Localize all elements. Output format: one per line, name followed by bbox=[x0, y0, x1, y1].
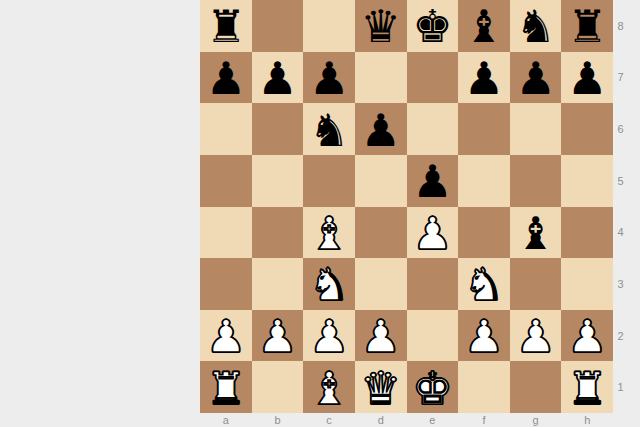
square-d6[interactable]: ♟ bbox=[355, 103, 407, 155]
rank-labels: 87654321 bbox=[613, 0, 628, 413]
black-pawn-e5[interactable]: ♟ bbox=[412, 159, 452, 204]
square-g8[interactable]: ♞ bbox=[510, 0, 562, 52]
white-knight-f3[interactable]: ♞ bbox=[464, 262, 504, 307]
square-d8[interactable]: ♛ bbox=[355, 0, 407, 52]
white-bishop-c4[interactable]: ♝ bbox=[309, 211, 349, 256]
square-b4[interactable] bbox=[252, 207, 304, 259]
square-e3[interactable] bbox=[407, 258, 459, 310]
black-knight-c6[interactable]: ♞ bbox=[309, 108, 349, 153]
square-c3[interactable]: ♞ bbox=[303, 258, 355, 310]
square-a8[interactable]: ♜ bbox=[200, 0, 252, 52]
chess-board[interactable]: ♜♛♚♝♞♜♟♟♟♟♟♟♞♟♟♝♟♝♞♞♟♟♟♟♟♟♟♜♝♛♚♜ bbox=[200, 0, 613, 413]
square-a7[interactable]: ♟ bbox=[200, 52, 252, 104]
white-king-e1[interactable]: ♚ bbox=[412, 366, 452, 411]
square-h4[interactable] bbox=[561, 207, 613, 259]
file-labels: abcdefgh bbox=[200, 413, 613, 427]
square-b6[interactable] bbox=[252, 103, 304, 155]
square-h6[interactable] bbox=[561, 103, 613, 155]
square-f2[interactable]: ♟ bbox=[458, 310, 510, 362]
black-bishop-f8[interactable]: ♝ bbox=[464, 4, 504, 49]
square-h5[interactable] bbox=[561, 155, 613, 207]
black-pawn-h7[interactable]: ♟ bbox=[567, 56, 607, 101]
white-rook-a1[interactable]: ♜ bbox=[206, 366, 246, 411]
black-queen-d8[interactable]: ♛ bbox=[361, 4, 401, 49]
black-bishop-g4[interactable]: ♝ bbox=[515, 211, 555, 256]
black-pawn-a7[interactable]: ♟ bbox=[206, 56, 246, 101]
rank-label-3: 3 bbox=[613, 258, 628, 310]
square-c2[interactable]: ♟ bbox=[303, 310, 355, 362]
rank-label-2: 2 bbox=[613, 310, 628, 362]
square-c4[interactable]: ♝ bbox=[303, 207, 355, 259]
square-c1[interactable]: ♝ bbox=[303, 361, 355, 413]
square-b3[interactable] bbox=[252, 258, 304, 310]
black-rook-h8[interactable]: ♜ bbox=[567, 4, 607, 49]
white-pawn-b2[interactable]: ♟ bbox=[257, 314, 297, 359]
square-g4[interactable]: ♝ bbox=[510, 207, 562, 259]
square-d4[interactable] bbox=[355, 207, 407, 259]
square-e6[interactable] bbox=[407, 103, 459, 155]
square-b1[interactable] bbox=[252, 361, 304, 413]
white-pawn-c2[interactable]: ♟ bbox=[309, 314, 349, 359]
white-queen-d1[interactable]: ♛ bbox=[361, 366, 401, 411]
white-bishop-c1[interactable]: ♝ bbox=[309, 366, 349, 411]
rank-label-5: 5 bbox=[613, 155, 628, 207]
square-f1[interactable] bbox=[458, 361, 510, 413]
rank-label-7: 7 bbox=[613, 52, 628, 104]
square-b8[interactable] bbox=[252, 0, 304, 52]
square-e4[interactable]: ♟ bbox=[407, 207, 459, 259]
square-e1[interactable]: ♚ bbox=[407, 361, 459, 413]
file-label-a: a bbox=[200, 413, 252, 427]
white-pawn-d2[interactable]: ♟ bbox=[361, 314, 401, 359]
square-a1[interactable]: ♜ bbox=[200, 361, 252, 413]
file-label-d: d bbox=[355, 413, 407, 427]
square-f5[interactable] bbox=[458, 155, 510, 207]
square-e5[interactable]: ♟ bbox=[407, 155, 459, 207]
square-h8[interactable]: ♜ bbox=[561, 0, 613, 52]
square-b2[interactable]: ♟ bbox=[252, 310, 304, 362]
rank-label-1: 1 bbox=[613, 361, 628, 413]
square-d1[interactable]: ♛ bbox=[355, 361, 407, 413]
rank-label-8: 8 bbox=[613, 0, 628, 52]
rank-label-4: 4 bbox=[613, 207, 628, 259]
white-pawn-h2[interactable]: ♟ bbox=[567, 314, 607, 359]
square-e8[interactable]: ♚ bbox=[407, 0, 459, 52]
black-pawn-c7[interactable]: ♟ bbox=[309, 56, 349, 101]
white-pawn-a2[interactable]: ♟ bbox=[206, 314, 246, 359]
square-f4[interactable] bbox=[458, 207, 510, 259]
square-h1[interactable]: ♜ bbox=[561, 361, 613, 413]
square-g2[interactable]: ♟ bbox=[510, 310, 562, 362]
page-background: ♜♛♚♝♞♜♟♟♟♟♟♟♞♟♟♝♟♝♞♞♟♟♟♟♟♟♟♜♝♛♚♜ abcdefg… bbox=[0, 0, 640, 427]
square-f6[interactable] bbox=[458, 103, 510, 155]
square-d2[interactable]: ♟ bbox=[355, 310, 407, 362]
square-b7[interactable]: ♟ bbox=[252, 52, 304, 104]
black-pawn-f7[interactable]: ♟ bbox=[464, 56, 504, 101]
square-d7[interactable] bbox=[355, 52, 407, 104]
file-label-g: g bbox=[510, 413, 562, 427]
file-label-b: b bbox=[252, 413, 304, 427]
square-a2[interactable]: ♟ bbox=[200, 310, 252, 362]
square-a4[interactable] bbox=[200, 207, 252, 259]
black-knight-g8[interactable]: ♞ bbox=[515, 4, 555, 49]
white-pawn-g2[interactable]: ♟ bbox=[515, 314, 555, 359]
square-c7[interactable]: ♟ bbox=[303, 52, 355, 104]
black-pawn-g7[interactable]: ♟ bbox=[515, 56, 555, 101]
square-c8[interactable] bbox=[303, 0, 355, 52]
white-pawn-e4[interactable]: ♟ bbox=[412, 211, 452, 256]
square-g1[interactable] bbox=[510, 361, 562, 413]
square-h2[interactable]: ♟ bbox=[561, 310, 613, 362]
square-g5[interactable] bbox=[510, 155, 562, 207]
file-label-c: c bbox=[303, 413, 355, 427]
square-a5[interactable] bbox=[200, 155, 252, 207]
square-e2[interactable] bbox=[407, 310, 459, 362]
square-f3[interactable]: ♞ bbox=[458, 258, 510, 310]
square-c6[interactable]: ♞ bbox=[303, 103, 355, 155]
square-b5[interactable] bbox=[252, 155, 304, 207]
square-d3[interactable] bbox=[355, 258, 407, 310]
square-g6[interactable] bbox=[510, 103, 562, 155]
square-a3[interactable] bbox=[200, 258, 252, 310]
file-label-e: e bbox=[407, 413, 459, 427]
black-pawn-d6[interactable]: ♟ bbox=[361, 108, 401, 153]
square-h3[interactable] bbox=[561, 258, 613, 310]
white-knight-c3[interactable]: ♞ bbox=[309, 262, 349, 307]
white-pawn-f2[interactable]: ♟ bbox=[464, 314, 504, 359]
square-g3[interactable] bbox=[510, 258, 562, 310]
black-rook-a8[interactable]: ♜ bbox=[206, 4, 246, 49]
square-a6[interactable] bbox=[200, 103, 252, 155]
file-label-f: f bbox=[458, 413, 510, 427]
square-d5[interactable] bbox=[355, 155, 407, 207]
square-f7[interactable]: ♟ bbox=[458, 52, 510, 104]
square-c5[interactable] bbox=[303, 155, 355, 207]
black-pawn-b7[interactable]: ♟ bbox=[257, 56, 297, 101]
square-e7[interactable] bbox=[407, 52, 459, 104]
black-king-e8[interactable]: ♚ bbox=[412, 4, 452, 49]
file-label-h: h bbox=[561, 413, 613, 427]
white-rook-h1[interactable]: ♜ bbox=[567, 366, 607, 411]
square-g7[interactable]: ♟ bbox=[510, 52, 562, 104]
rank-label-6: 6 bbox=[613, 103, 628, 155]
square-h7[interactable]: ♟ bbox=[561, 52, 613, 104]
square-f8[interactable]: ♝ bbox=[458, 0, 510, 52]
